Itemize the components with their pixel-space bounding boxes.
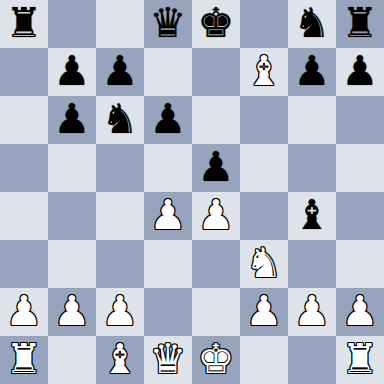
square-h2[interactable]: ♟ — [336, 288, 384, 336]
square-c3[interactable] — [96, 240, 144, 288]
white-queen[interactable]: ♛ — [150, 335, 187, 383]
square-e7[interactable] — [192, 48, 240, 96]
square-g5[interactable] — [288, 144, 336, 192]
square-b7[interactable]: ♟ — [48, 48, 96, 96]
square-b5[interactable] — [48, 144, 96, 192]
white-bishop[interactable]: ♝ — [102, 335, 139, 383]
square-a5[interactable] — [0, 144, 48, 192]
square-g6[interactable] — [288, 96, 336, 144]
white-bishop[interactable]: ♝ — [246, 47, 283, 95]
square-f4[interactable] — [240, 192, 288, 240]
black-king[interactable]: ♚ — [198, 0, 235, 47]
white-pawn[interactable]: ♟ — [198, 191, 235, 239]
white-pawn[interactable]: ♟ — [150, 191, 187, 239]
square-d2[interactable] — [144, 288, 192, 336]
square-d7[interactable] — [144, 48, 192, 96]
square-f7[interactable]: ♝ — [240, 48, 288, 96]
square-b3[interactable] — [48, 240, 96, 288]
square-h3[interactable] — [336, 240, 384, 288]
white-pawn[interactable]: ♟ — [246, 287, 283, 335]
white-pawn[interactable]: ♟ — [342, 287, 379, 335]
chess-app: ♜♛♚♞♜♟♟♝♟♟♟♞♟♟♟♟♝♞♟♟♟♟♟♟♜♝♛♚♜ — [0, 0, 384, 384]
square-h4[interactable] — [336, 192, 384, 240]
black-pawn[interactable]: ♟ — [150, 95, 187, 143]
square-c8[interactable] — [96, 0, 144, 48]
black-pawn[interactable]: ♟ — [294, 47, 331, 95]
square-e2[interactable] — [192, 288, 240, 336]
square-d5[interactable] — [144, 144, 192, 192]
square-g1[interactable] — [288, 336, 336, 384]
square-c1[interactable]: ♝ — [96, 336, 144, 384]
square-d6[interactable]: ♟ — [144, 96, 192, 144]
square-f5[interactable] — [240, 144, 288, 192]
square-g2[interactable]: ♟ — [288, 288, 336, 336]
square-e8[interactable]: ♚ — [192, 0, 240, 48]
square-f1[interactable] — [240, 336, 288, 384]
square-h1[interactable]: ♜ — [336, 336, 384, 384]
square-h5[interactable] — [336, 144, 384, 192]
black-bishop[interactable]: ♝ — [294, 191, 331, 239]
square-e6[interactable] — [192, 96, 240, 144]
square-g3[interactable] — [288, 240, 336, 288]
black-rook[interactable]: ♜ — [6, 0, 43, 47]
square-e4[interactable]: ♟ — [192, 192, 240, 240]
square-g4[interactable]: ♝ — [288, 192, 336, 240]
square-b4[interactable] — [48, 192, 96, 240]
square-c4[interactable] — [96, 192, 144, 240]
square-g7[interactable]: ♟ — [288, 48, 336, 96]
square-f6[interactable] — [240, 96, 288, 144]
white-knight[interactable]: ♞ — [246, 239, 283, 287]
square-f8[interactable] — [240, 0, 288, 48]
square-a4[interactable] — [0, 192, 48, 240]
square-d3[interactable] — [144, 240, 192, 288]
square-c5[interactable] — [96, 144, 144, 192]
black-pawn[interactable]: ♟ — [198, 143, 235, 191]
white-rook[interactable]: ♜ — [342, 335, 379, 383]
square-h8[interactable]: ♜ — [336, 0, 384, 48]
black-knight[interactable]: ♞ — [294, 0, 331, 47]
white-pawn[interactable]: ♟ — [294, 287, 331, 335]
square-e1[interactable]: ♚ — [192, 336, 240, 384]
square-a3[interactable] — [0, 240, 48, 288]
black-queen[interactable]: ♛ — [150, 0, 187, 47]
square-g8[interactable]: ♞ — [288, 0, 336, 48]
square-d8[interactable]: ♛ — [144, 0, 192, 48]
square-a1[interactable]: ♜ — [0, 336, 48, 384]
square-b2[interactable]: ♟ — [48, 288, 96, 336]
square-c6[interactable]: ♞ — [96, 96, 144, 144]
square-b1[interactable] — [48, 336, 96, 384]
square-d1[interactable]: ♛ — [144, 336, 192, 384]
black-pawn[interactable]: ♟ — [54, 95, 91, 143]
black-pawn[interactable]: ♟ — [54, 47, 91, 95]
square-b8[interactable] — [48, 0, 96, 48]
square-h7[interactable]: ♟ — [336, 48, 384, 96]
square-b6[interactable]: ♟ — [48, 96, 96, 144]
square-a2[interactable]: ♟ — [0, 288, 48, 336]
square-e5[interactable]: ♟ — [192, 144, 240, 192]
square-e3[interactable] — [192, 240, 240, 288]
white-pawn[interactable]: ♟ — [54, 287, 91, 335]
square-d4[interactable]: ♟ — [144, 192, 192, 240]
white-pawn[interactable]: ♟ — [102, 287, 139, 335]
chess-board: ♜♛♚♞♜♟♟♝♟♟♟♞♟♟♟♟♝♞♟♟♟♟♟♟♜♝♛♚♜ — [0, 0, 384, 384]
square-c2[interactable]: ♟ — [96, 288, 144, 336]
square-a7[interactable] — [0, 48, 48, 96]
square-c7[interactable]: ♟ — [96, 48, 144, 96]
square-a6[interactable] — [0, 96, 48, 144]
square-f3[interactable]: ♞ — [240, 240, 288, 288]
white-pawn[interactable]: ♟ — [6, 287, 43, 335]
black-pawn[interactable]: ♟ — [102, 47, 139, 95]
square-h6[interactable] — [336, 96, 384, 144]
black-knight[interactable]: ♞ — [102, 95, 139, 143]
black-rook[interactable]: ♜ — [342, 0, 379, 47]
black-pawn[interactable]: ♟ — [342, 47, 379, 95]
white-king[interactable]: ♚ — [198, 335, 235, 383]
square-a8[interactable]: ♜ — [0, 0, 48, 48]
white-rook[interactable]: ♜ — [6, 335, 43, 383]
square-f2[interactable]: ♟ — [240, 288, 288, 336]
